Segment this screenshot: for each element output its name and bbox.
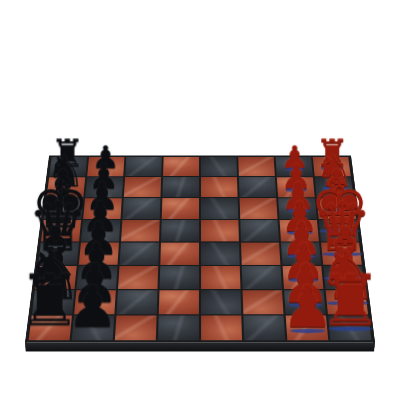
board-front-edge (25, 342, 375, 351)
board-square-b3 (243, 290, 284, 314)
chess-board: ♜♟♟♜♞♟♟♞♝♟♟♝♚♟♟♚♛♟♟♛♝♟♟♝♞♟♟♞♜♟♟♜ (25, 155, 375, 342)
board-square-e3 (240, 220, 279, 241)
board-square-d5 (160, 243, 199, 265)
board-square-h3 (238, 157, 275, 176)
board-square-d6 (120, 243, 159, 265)
board-square-a3 (243, 315, 285, 340)
board-square-e6 (121, 220, 160, 241)
board-square-a1: ♜ (328, 315, 371, 340)
board-square-d4 (201, 243, 240, 265)
board-square-h5 (163, 157, 199, 176)
board-square-b5 (159, 290, 199, 314)
board-square-g4 (201, 177, 238, 197)
board-square-a7: ♟ (72, 315, 115, 340)
board-square-c4 (201, 266, 240, 289)
piece-felt-base (329, 327, 372, 331)
board-square-g6 (124, 177, 161, 197)
board-square-g5 (162, 177, 199, 197)
board-square-h4 (201, 157, 237, 176)
board-square-f4 (201, 198, 238, 219)
board-square-a5 (158, 315, 199, 340)
board-square-f3 (240, 198, 278, 219)
board-square-b6 (116, 290, 157, 314)
board-slab: ♜♟♟♜♞♟♟♞♝♟♟♝♚♟♟♚♛♟♟♛♝♟♟♝♞♟♟♞♜♟♟♜ (25, 155, 375, 342)
board-square-d3 (241, 243, 280, 265)
piece-black-pawn: ♟ (66, 278, 118, 336)
board-square-h6 (125, 157, 162, 176)
piece-felt-base (290, 328, 326, 332)
board-square-a6 (115, 315, 157, 340)
photo-scene: ♜♟♟♜♞♟♟♞♝♟♟♝♚♟♟♚♛♟♟♛♝♟♟♝♞♟♟♞♜♟♟♜ (0, 0, 400, 400)
board-square-g3 (239, 177, 276, 197)
board-square-f6 (122, 198, 160, 219)
piece-red-pawn: ♟ (281, 278, 333, 336)
board-square-c5 (160, 266, 199, 289)
board-square-e4 (201, 220, 239, 241)
board-square-a4 (201, 315, 242, 340)
board-square-e5 (161, 220, 199, 241)
board-square-c3 (242, 266, 282, 289)
board-square-b4 (201, 290, 241, 314)
board-square-a2: ♟ (286, 315, 329, 340)
board-square-c6 (118, 266, 158, 289)
board-square-f5 (162, 198, 199, 219)
